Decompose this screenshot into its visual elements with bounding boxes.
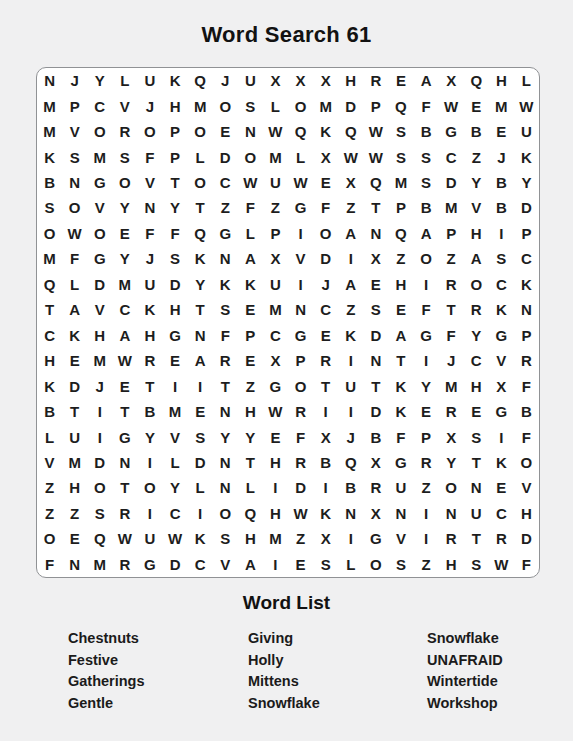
grid-cell[interactable]: M (263, 526, 288, 551)
grid-cell[interactable]: F (137, 144, 162, 169)
grid-cell[interactable]: O (238, 144, 263, 169)
grid-cell[interactable]: K (62, 323, 87, 348)
grid-cell[interactable]: T (112, 399, 137, 424)
grid-cell[interactable]: E (188, 399, 213, 424)
grid-cell[interactable]: O (414, 246, 439, 271)
grid-cell[interactable]: I (338, 399, 363, 424)
grid-cell[interactable]: M (37, 93, 62, 118)
grid-cell[interactable]: L (188, 475, 213, 500)
grid-cell[interactable]: I (414, 526, 439, 551)
grid-cell[interactable]: S (313, 552, 338, 577)
grid-cell[interactable]: H (238, 526, 263, 551)
grid-cell[interactable]: N (62, 170, 87, 195)
grid-cell[interactable]: I (489, 424, 514, 449)
grid-cell[interactable]: G (439, 119, 464, 144)
grid-cell[interactable]: V (87, 297, 112, 322)
grid-cell[interactable]: I (489, 221, 514, 246)
grid-cell[interactable]: A (338, 221, 363, 246)
grid-cell[interactable]: C (489, 272, 514, 297)
grid-cell[interactable]: I (188, 501, 213, 526)
grid-cell[interactable]: L (163, 450, 188, 475)
grid-cell[interactable]: F (37, 552, 62, 577)
grid-cell[interactable]: H (464, 373, 489, 398)
grid-cell[interactable]: B (464, 119, 489, 144)
grid-cell[interactable]: H (439, 552, 464, 577)
grid-cell[interactable]: X (313, 526, 338, 551)
grid-cell[interactable]: G (213, 221, 238, 246)
grid-cell[interactable]: E (288, 552, 313, 577)
grid-cell[interactable]: Q (238, 501, 263, 526)
grid-cell[interactable]: H (514, 501, 539, 526)
grid-cell[interactable]: U (514, 119, 539, 144)
grid-cell[interactable]: K (188, 246, 213, 271)
grid-cell[interactable]: I (414, 272, 439, 297)
grid-cell[interactable]: V (288, 246, 313, 271)
grid-cell[interactable]: S (213, 526, 238, 551)
grid-cell[interactable]: D (288, 475, 313, 500)
grid-cell[interactable]: X (313, 68, 338, 93)
grid-cell[interactable]: R (213, 348, 238, 373)
grid-cell[interactable]: D (213, 144, 238, 169)
grid-cell[interactable]: N (213, 475, 238, 500)
grid-cell[interactable]: I (87, 424, 112, 449)
grid-cell[interactable]: K (188, 526, 213, 551)
grid-cell[interactable]: Z (414, 552, 439, 577)
grid-cell[interactable]: E (313, 323, 338, 348)
grid-cell[interactable]: J (338, 424, 363, 449)
grid-cell[interactable]: E (464, 93, 489, 118)
grid-cell[interactable]: H (163, 297, 188, 322)
grid-cell[interactable]: G (288, 323, 313, 348)
grid-cell[interactable]: V (163, 424, 188, 449)
grid-cell[interactable]: Z (414, 475, 439, 500)
grid-cell[interactable]: G (112, 424, 137, 449)
grid-cell[interactable]: X (313, 144, 338, 169)
grid-cell[interactable]: Z (338, 195, 363, 220)
grid-cell[interactable]: W (163, 526, 188, 551)
grid-cell[interactable]: X (363, 450, 388, 475)
grid-cell[interactable]: A (238, 552, 263, 577)
grid-cell[interactable]: A (62, 297, 87, 322)
grid-cell[interactable]: P (514, 323, 539, 348)
grid-cell[interactable]: Q (464, 68, 489, 93)
grid-cell[interactable]: R (112, 552, 137, 577)
grid-cell[interactable]: F (414, 297, 439, 322)
grid-cell[interactable]: N (213, 399, 238, 424)
grid-cell[interactable]: O (363, 552, 388, 577)
grid-cell[interactable]: P (62, 93, 87, 118)
grid-cell[interactable]: J (62, 68, 87, 93)
grid-cell[interactable]: V (514, 475, 539, 500)
grid-cell[interactable]: U (464, 501, 489, 526)
grid-cell[interactable]: E (489, 475, 514, 500)
grid-cell[interactable]: S (464, 424, 489, 449)
grid-cell[interactable]: D (188, 450, 213, 475)
grid-cell[interactable]: O (514, 450, 539, 475)
grid-cell[interactable]: M (263, 297, 288, 322)
grid-cell[interactable]: V (137, 170, 162, 195)
grid-cell[interactable]: O (37, 526, 62, 551)
grid-cell[interactable]: X (263, 246, 288, 271)
grid-cell[interactable]: G (363, 526, 388, 551)
grid-cell[interactable]: C (313, 297, 338, 322)
grid-cell[interactable]: K (238, 272, 263, 297)
grid-cell[interactable]: E (62, 348, 87, 373)
grid-cell[interactable]: P (238, 323, 263, 348)
grid-cell[interactable]: K (514, 144, 539, 169)
grid-cell[interactable]: D (514, 526, 539, 551)
grid-cell[interactable]: R (439, 526, 464, 551)
grid-cell[interactable]: S (37, 195, 62, 220)
grid-cell[interactable]: T (188, 195, 213, 220)
grid-cell[interactable]: U (388, 475, 413, 500)
grid-cell[interactable]: L (37, 424, 62, 449)
grid-cell[interactable]: W (338, 144, 363, 169)
grid-cell[interactable]: I (338, 526, 363, 551)
grid-cell[interactable]: E (62, 526, 87, 551)
grid-cell[interactable]: Q (338, 119, 363, 144)
grid-cell[interactable]: Z (388, 246, 413, 271)
grid-cell[interactable]: I (87, 399, 112, 424)
grid-cell[interactable]: H (163, 93, 188, 118)
grid-cell[interactable]: X (263, 348, 288, 373)
grid-cell[interactable]: D (514, 195, 539, 220)
grid-cell[interactable]: F (62, 246, 87, 271)
grid-cell[interactable]: P (388, 195, 413, 220)
grid-cell[interactable]: A (388, 323, 413, 348)
grid-cell[interactable]: R (313, 348, 338, 373)
grid-cell[interactable]: N (137, 195, 162, 220)
grid-cell[interactable]: Y (414, 373, 439, 398)
grid-cell[interactable]: T (464, 450, 489, 475)
grid-cell[interactable]: R (489, 526, 514, 551)
grid-cell[interactable]: O (188, 119, 213, 144)
grid-cell[interactable]: T (137, 373, 162, 398)
grid-cell[interactable]: O (37, 221, 62, 246)
grid-cell[interactable]: O (87, 119, 112, 144)
grid-cell[interactable]: Z (338, 297, 363, 322)
grid-cell[interactable]: E (213, 119, 238, 144)
grid-cell[interactable]: Q (338, 450, 363, 475)
grid-cell[interactable]: O (87, 475, 112, 500)
grid-cell[interactable]: K (388, 399, 413, 424)
grid-cell[interactable]: A (464, 246, 489, 271)
grid-cell[interactable]: B (338, 475, 363, 500)
grid-cell[interactable]: Y (163, 475, 188, 500)
grid-cell[interactable]: W (263, 399, 288, 424)
grid-cell[interactable]: C (514, 246, 539, 271)
grid-cell[interactable]: F (439, 323, 464, 348)
grid-cell[interactable]: F (163, 221, 188, 246)
grid-cell[interactable]: G (288, 195, 313, 220)
grid-cell[interactable]: P (263, 221, 288, 246)
grid-cell[interactable]: Z (62, 501, 87, 526)
grid-cell[interactable]: Y (112, 195, 137, 220)
grid-cell[interactable]: K (37, 144, 62, 169)
grid-cell[interactable]: R (363, 68, 388, 93)
grid-cell[interactable]: K (514, 272, 539, 297)
grid-cell[interactable]: J (313, 272, 338, 297)
grid-cell[interactable]: F (388, 424, 413, 449)
grid-cell[interactable]: F (514, 552, 539, 577)
grid-cell[interactable]: D (62, 373, 87, 398)
grid-cell[interactable]: W (112, 348, 137, 373)
grid-cell[interactable]: M (112, 272, 137, 297)
grid-cell[interactable]: V (37, 450, 62, 475)
grid-cell[interactable]: H (238, 399, 263, 424)
grid-cell[interactable]: E (489, 119, 514, 144)
grid-cell[interactable]: J (137, 246, 162, 271)
grid-cell[interactable]: S (188, 424, 213, 449)
grid-cell[interactable]: K (489, 297, 514, 322)
grid-cell[interactable]: N (363, 348, 388, 373)
grid-cell[interactable]: Q (37, 272, 62, 297)
grid-cell[interactable]: A (188, 348, 213, 373)
grid-cell[interactable]: K (489, 450, 514, 475)
grid-cell[interactable]: Y (137, 424, 162, 449)
grid-cell[interactable]: K (313, 501, 338, 526)
grid-cell[interactable]: Y (163, 195, 188, 220)
grid-cell[interactable]: K (37, 373, 62, 398)
grid-cell[interactable]: E (313, 170, 338, 195)
grid-cell[interactable]: W (62, 221, 87, 246)
grid-cell[interactable]: Y (188, 272, 213, 297)
grid-cell[interactable]: Y (439, 450, 464, 475)
grid-cell[interactable]: G (489, 399, 514, 424)
grid-cell[interactable]: U (137, 68, 162, 93)
grid-cell[interactable]: C (37, 323, 62, 348)
grid-cell[interactable]: Y (514, 170, 539, 195)
grid-cell[interactable]: M (62, 450, 87, 475)
grid-cell[interactable]: C (87, 93, 112, 118)
grid-cell[interactable]: D (363, 399, 388, 424)
grid-cell[interactable]: F (137, 221, 162, 246)
grid-cell[interactable]: H (263, 501, 288, 526)
grid-cell[interactable]: N (112, 450, 137, 475)
grid-cell[interactable]: M (37, 246, 62, 271)
grid-cell[interactable]: D (313, 246, 338, 271)
grid-cell[interactable]: Y (112, 246, 137, 271)
grid-cell[interactable]: U (62, 424, 87, 449)
grid-cell[interactable]: N (37, 68, 62, 93)
grid-cell[interactable]: I (163, 373, 188, 398)
grid-cell[interactable]: C (112, 297, 137, 322)
grid-cell[interactable]: I (263, 475, 288, 500)
grid-cell[interactable]: S (62, 144, 87, 169)
grid-cell[interactable]: S (363, 297, 388, 322)
grid-cell[interactable]: Y (464, 170, 489, 195)
grid-cell[interactable]: W (489, 552, 514, 577)
grid-cell[interactable]: Q (388, 93, 413, 118)
grid-cell[interactable]: S (163, 246, 188, 271)
grid-cell[interactable]: T (163, 170, 188, 195)
grid-cell[interactable]: E (414, 399, 439, 424)
grid-cell[interactable]: S (414, 144, 439, 169)
grid-cell[interactable]: M (87, 552, 112, 577)
grid-cell[interactable]: D (87, 272, 112, 297)
grid-cell[interactable]: O (188, 170, 213, 195)
grid-cell[interactable]: S (213, 297, 238, 322)
grid-cell[interactable]: H (37, 348, 62, 373)
grid-cell[interactable]: C (188, 552, 213, 577)
grid-cell[interactable]: M (188, 93, 213, 118)
grid-cell[interactable]: I (414, 348, 439, 373)
grid-cell[interactable]: F (514, 373, 539, 398)
grid-cell[interactable]: S (388, 119, 413, 144)
grid-cell[interactable]: L (338, 552, 363, 577)
grid-cell[interactable]: U (263, 170, 288, 195)
grid-cell[interactable]: J (213, 68, 238, 93)
grid-cell[interactable]: B (414, 119, 439, 144)
grid-cell[interactable]: I (414, 501, 439, 526)
grid-cell[interactable]: K (137, 297, 162, 322)
grid-cell[interactable]: Z (213, 195, 238, 220)
grid-cell[interactable]: F (288, 424, 313, 449)
grid-cell[interactable]: I (188, 373, 213, 398)
grid-cell[interactable]: W (363, 144, 388, 169)
grid-cell[interactable]: C (489, 501, 514, 526)
grid-cell[interactable]: R (414, 450, 439, 475)
grid-cell[interactable]: I (288, 272, 313, 297)
grid-cell[interactable]: Y (213, 424, 238, 449)
grid-cell[interactable]: B (313, 450, 338, 475)
grid-cell[interactable]: E (238, 348, 263, 373)
grid-cell[interactable]: T (188, 297, 213, 322)
grid-cell[interactable]: O (464, 272, 489, 297)
grid-cell[interactable]: H (137, 323, 162, 348)
grid-cell[interactable]: V (213, 552, 238, 577)
grid-cell[interactable]: N (363, 221, 388, 246)
grid-cell[interactable]: H (263, 450, 288, 475)
grid-cell[interactable]: U (338, 373, 363, 398)
grid-cell[interactable]: V (489, 348, 514, 373)
grid-cell[interactable]: V (87, 195, 112, 220)
grid-cell[interactable]: Z (263, 195, 288, 220)
grid-cell[interactable]: N (238, 119, 263, 144)
grid-cell[interactable]: F (238, 195, 263, 220)
grid-cell[interactable]: L (288, 144, 313, 169)
grid-cell[interactable]: E (238, 297, 263, 322)
grid-cell[interactable]: A (238, 246, 263, 271)
grid-cell[interactable]: K (338, 323, 363, 348)
grid-cell[interactable]: X (313, 424, 338, 449)
grid-cell[interactable]: W (112, 526, 137, 551)
grid-cell[interactable]: X (439, 424, 464, 449)
grid-cell[interactable]: M (439, 373, 464, 398)
grid-cell[interactable]: N (288, 297, 313, 322)
grid-cell[interactable]: B (363, 424, 388, 449)
grid-cell[interactable]: N (439, 501, 464, 526)
grid-cell[interactable]: B (489, 170, 514, 195)
grid-cell[interactable]: L (238, 475, 263, 500)
grid-cell[interactable]: T (313, 373, 338, 398)
grid-cell[interactable]: Q (363, 170, 388, 195)
grid-cell[interactable]: X (363, 501, 388, 526)
grid-cell[interactable]: W (439, 93, 464, 118)
grid-cell[interactable]: H (62, 475, 87, 500)
grid-cell[interactable]: I (313, 399, 338, 424)
grid-cell[interactable]: T (37, 297, 62, 322)
grid-cell[interactable]: M (489, 93, 514, 118)
grid-cell[interactable]: S (489, 246, 514, 271)
grid-cell[interactable]: K (388, 373, 413, 398)
grid-cell[interactable]: Z (238, 373, 263, 398)
grid-cell[interactable]: I (338, 348, 363, 373)
grid-cell[interactable]: E (112, 221, 137, 246)
grid-cell[interactable]: Y (238, 424, 263, 449)
grid-cell[interactable]: Q (288, 119, 313, 144)
grid-cell[interactable]: G (137, 552, 162, 577)
grid-cell[interactable]: E (388, 68, 413, 93)
grid-cell[interactable]: G (414, 323, 439, 348)
grid-cell[interactable]: Q (188, 68, 213, 93)
grid-cell[interactable]: O (137, 119, 162, 144)
grid-cell[interactable]: F (514, 424, 539, 449)
grid-cell[interactable]: B (414, 195, 439, 220)
grid-cell[interactable]: Q (87, 526, 112, 551)
grid-cell[interactable]: R (464, 297, 489, 322)
grid-cell[interactable]: O (137, 475, 162, 500)
grid-cell[interactable]: E (388, 297, 413, 322)
grid-cell[interactable]: G (87, 246, 112, 271)
grid-cell[interactable]: T (363, 195, 388, 220)
grid-cell[interactable]: Y (87, 68, 112, 93)
grid-cell[interactable]: P (414, 424, 439, 449)
grid-cell[interactable]: Z (464, 144, 489, 169)
grid-cell[interactable]: R (363, 475, 388, 500)
grid-cell[interactable]: R (439, 399, 464, 424)
grid-cell[interactable]: I (313, 475, 338, 500)
grid-cell[interactable]: B (37, 399, 62, 424)
grid-cell[interactable]: M (163, 399, 188, 424)
grid-cell[interactable]: L (263, 93, 288, 118)
grid-cell[interactable]: P (163, 119, 188, 144)
grid-cell[interactable]: Z (37, 501, 62, 526)
grid-cell[interactable]: K (213, 272, 238, 297)
grid-cell[interactable]: P (288, 348, 313, 373)
grid-cell[interactable]: T (464, 526, 489, 551)
grid-cell[interactable]: G (388, 450, 413, 475)
grid-cell[interactable]: N (338, 501, 363, 526)
grid-cell[interactable]: Z (288, 526, 313, 551)
grid-cell[interactable]: R (112, 119, 137, 144)
grid-cell[interactable]: W (263, 119, 288, 144)
grid-cell[interactable]: Z (439, 246, 464, 271)
grid-cell[interactable]: N (213, 450, 238, 475)
grid-cell[interactable]: W (288, 501, 313, 526)
grid-cell[interactable]: W (288, 170, 313, 195)
grid-cell[interactable]: X (288, 68, 313, 93)
grid-cell[interactable]: A (338, 272, 363, 297)
grid-cell[interactable]: E (363, 272, 388, 297)
grid-cell[interactable]: H (388, 272, 413, 297)
grid-cell[interactable]: A (414, 68, 439, 93)
grid-cell[interactable]: L (238, 221, 263, 246)
grid-cell[interactable]: M (87, 348, 112, 373)
grid-cell[interactable]: J (137, 93, 162, 118)
grid-cell[interactable]: R (288, 450, 313, 475)
grid-cell[interactable]: V (62, 119, 87, 144)
grid-cell[interactable]: C (163, 501, 188, 526)
grid-cell[interactable]: K (163, 68, 188, 93)
grid-cell[interactable]: W (363, 119, 388, 144)
grid-cell[interactable]: G (263, 373, 288, 398)
grid-cell[interactable]: U (238, 68, 263, 93)
grid-cell[interactable]: D (163, 552, 188, 577)
grid-cell[interactable]: O (62, 195, 87, 220)
grid-cell[interactable]: U (263, 272, 288, 297)
grid-cell[interactable]: C (213, 170, 238, 195)
